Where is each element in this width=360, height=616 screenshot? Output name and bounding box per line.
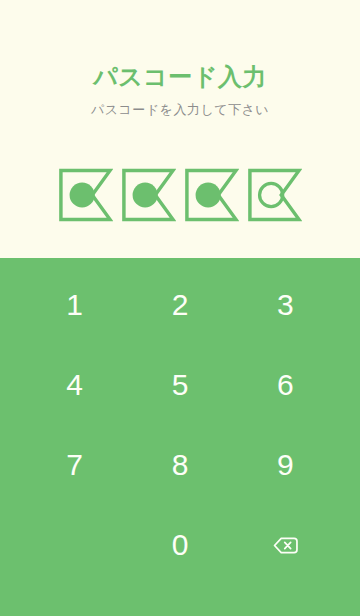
key-9[interactable]: 9 (233, 425, 338, 505)
passcode-screen: パスコード入力 パスコードを入力して下さい 1 2 3 4 (0, 0, 360, 616)
page-title: パスコード入力 (0, 62, 360, 92)
passcode-slot-filled-icon (184, 168, 239, 222)
numeric-keypad: 1 2 3 4 5 6 7 8 9 0 (0, 258, 360, 616)
passcode-slot-empty-icon (247, 168, 302, 222)
key-5[interactable]: 5 (127, 345, 232, 425)
passcode-slots (0, 168, 360, 222)
keypad-empty-cell (22, 505, 127, 585)
page-subtitle: パスコードを入力して下さい (0, 100, 360, 120)
key-8[interactable]: 8 (127, 425, 232, 505)
key-4[interactable]: 4 (22, 345, 127, 425)
passcode-slot-filled-icon (58, 168, 113, 222)
key-7[interactable]: 7 (22, 425, 127, 505)
passcode-header: パスコード入力 パスコードを入力して下さい (0, 0, 360, 258)
key-1[interactable]: 1 (22, 265, 127, 345)
backspace-icon (272, 535, 299, 556)
key-0[interactable]: 0 (127, 505, 232, 585)
passcode-slot-filled-icon (121, 168, 176, 222)
backspace-button[interactable] (233, 505, 338, 585)
key-3[interactable]: 3 (233, 265, 338, 345)
key-6[interactable]: 6 (233, 345, 338, 425)
key-2[interactable]: 2 (127, 265, 232, 345)
